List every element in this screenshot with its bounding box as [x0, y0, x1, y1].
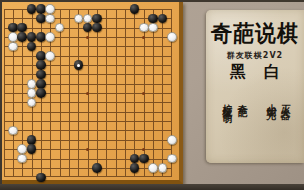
board-cell[interactable] — [125, 46, 134, 55]
board-cell[interactable] — [50, 93, 59, 102]
board-cell[interactable] — [144, 112, 153, 121]
star-point — [86, 92, 89, 95]
board-cell[interactable] — [162, 112, 171, 121]
board-cell[interactable] — [97, 37, 106, 46]
board-cell[interactable] — [153, 130, 162, 139]
board-cell[interactable] — [97, 102, 106, 111]
black-stone[interactable] — [92, 14, 102, 24]
board-cell[interactable] — [88, 112, 97, 121]
board-cell[interactable] — [97, 130, 106, 139]
board-cell[interactable] — [134, 112, 143, 121]
white-stone[interactable] — [45, 14, 55, 24]
black-stone[interactable] — [27, 135, 37, 145]
go-board[interactable] — [2, 2, 183, 184]
board-cell[interactable] — [116, 149, 125, 158]
board-cell[interactable] — [60, 149, 69, 158]
board-cell[interactable] — [106, 130, 115, 139]
board-cell[interactable] — [69, 159, 78, 168]
board-cell[interactable] — [162, 84, 171, 93]
board-cell[interactable] — [22, 168, 31, 177]
board-cell[interactable] — [50, 112, 59, 121]
board-cell[interactable] — [116, 93, 125, 102]
board-cell[interactable] — [106, 28, 115, 37]
white-stone[interactable] — [167, 135, 177, 145]
board-cell[interactable] — [116, 130, 125, 139]
white-stone[interactable] — [45, 32, 55, 42]
board-cell[interactable] — [153, 140, 162, 149]
board-cell[interactable] — [41, 102, 50, 111]
board-cell[interactable] — [106, 93, 115, 102]
board-cell[interactable] — [4, 149, 13, 158]
board-cell[interactable] — [88, 130, 97, 139]
board-cell[interactable] — [60, 56, 69, 65]
board-cell[interactable] — [97, 46, 106, 55]
board-cell[interactable] — [144, 74, 153, 83]
board-cell[interactable] — [144, 37, 153, 46]
board-cell[interactable] — [116, 56, 125, 65]
board-cell[interactable] — [60, 140, 69, 149]
board-cell[interactable] — [50, 65, 59, 74]
board-cell[interactable] — [162, 46, 171, 55]
board-cell[interactable] — [144, 93, 153, 102]
board-cell[interactable] — [134, 46, 143, 55]
board-cell[interactable] — [125, 130, 134, 139]
board-cell[interactable] — [144, 130, 153, 139]
black-stone[interactable] — [139, 154, 149, 164]
board-cell[interactable] — [69, 93, 78, 102]
board-cell[interactable] — [4, 140, 13, 149]
board-cell[interactable] — [88, 149, 97, 158]
black-stone[interactable] — [148, 14, 158, 24]
board-cell[interactable] — [97, 84, 106, 93]
board-cell[interactable] — [106, 140, 115, 149]
board-cell[interactable] — [41, 121, 50, 130]
board-cell[interactable] — [116, 112, 125, 121]
black-stone[interactable] — [36, 79, 46, 89]
app-subtitle: 群友联棋2V2 — [206, 50, 304, 61]
board-cell[interactable] — [50, 121, 59, 130]
board-cell[interactable] — [41, 149, 50, 158]
frame-border-top — [0, 0, 304, 2]
board-cell[interactable] — [106, 159, 115, 168]
black-stone[interactable] — [130, 4, 140, 14]
board-cell[interactable] — [106, 65, 115, 74]
board-cell[interactable] — [41, 130, 50, 139]
board-cell[interactable] — [134, 121, 143, 130]
board-cell[interactable] — [106, 168, 115, 177]
white-stone[interactable] — [8, 126, 18, 136]
board-cell[interactable] — [116, 37, 125, 46]
board-cell[interactable] — [50, 149, 59, 158]
board-cell[interactable] — [153, 65, 162, 74]
white-stone[interactable] — [148, 163, 158, 173]
black-stone[interactable] — [92, 163, 102, 173]
board-cell[interactable] — [106, 121, 115, 130]
board-cell[interactable] — [50, 130, 59, 139]
black-stone[interactable] — [27, 4, 37, 14]
white-stone[interactable] — [139, 23, 149, 33]
board-cell[interactable] — [97, 121, 106, 130]
white-player-name: 灭火器 — [278, 96, 292, 105]
board-cell[interactable] — [60, 37, 69, 46]
board-cell[interactable] — [144, 56, 153, 65]
board-cell[interactable] — [69, 46, 78, 55]
board-cell[interactable] — [69, 121, 78, 130]
board-cell[interactable] — [97, 74, 106, 83]
board-cell[interactable] — [60, 93, 69, 102]
board-cell[interactable] — [78, 130, 87, 139]
board-cell[interactable] — [69, 102, 78, 111]
board-cell[interactable] — [69, 28, 78, 37]
board-cell[interactable] — [13, 74, 22, 83]
black-stone[interactable] — [74, 60, 84, 70]
board-cell[interactable] — [134, 65, 143, 74]
board-cell[interactable] — [22, 112, 31, 121]
black-stone[interactable] — [36, 51, 46, 61]
board-cell[interactable] — [116, 9, 125, 18]
board-cell[interactable] — [162, 102, 171, 111]
board-cell[interactable] — [60, 46, 69, 55]
board-cell[interactable] — [116, 84, 125, 93]
board-cell[interactable] — [32, 159, 41, 168]
board-cell[interactable] — [78, 168, 87, 177]
white-stone[interactable] — [27, 79, 37, 89]
board-cell[interactable] — [153, 102, 162, 111]
board-cell[interactable] — [50, 159, 59, 168]
black-stone[interactable] — [130, 163, 140, 173]
black-stone[interactable] — [36, 4, 46, 14]
board-cell[interactable] — [162, 56, 171, 65]
board-cell[interactable] — [4, 84, 13, 93]
board-cell[interactable] — [153, 56, 162, 65]
board-cell[interactable] — [41, 140, 50, 149]
board-cell[interactable] — [116, 159, 125, 168]
board-cell[interactable] — [125, 28, 134, 37]
board-cell[interactable] — [13, 93, 22, 102]
white-stone[interactable] — [8, 32, 18, 42]
black-stone[interactable] — [36, 32, 46, 42]
board-cell[interactable] — [97, 65, 106, 74]
board-cell[interactable] — [4, 168, 13, 177]
board-cell[interactable] — [97, 149, 106, 158]
board-cell[interactable] — [60, 112, 69, 121]
board-cell[interactable] — [134, 74, 143, 83]
board-cell[interactable] — [50, 102, 59, 111]
board-cell[interactable] — [60, 102, 69, 111]
board-cell[interactable] — [13, 102, 22, 111]
board-cell[interactable] — [97, 140, 106, 149]
board-cell[interactable] — [153, 149, 162, 158]
board-cell[interactable] — [69, 84, 78, 93]
white-stone[interactable] — [158, 163, 168, 173]
white-stone[interactable] — [45, 4, 55, 14]
board-cell[interactable] — [125, 102, 134, 111]
board-cell[interactable] — [162, 74, 171, 83]
board-cell[interactable] — [106, 18, 115, 27]
side-headers: 黑 白 — [206, 62, 304, 83]
board-cell[interactable] — [116, 28, 125, 37]
board-cell[interactable] — [50, 74, 59, 83]
black-player-name: 奇葩 — [235, 96, 249, 102]
star-point — [86, 36, 89, 39]
board-cell[interactable] — [97, 112, 106, 121]
board-cell[interactable] — [78, 46, 87, 55]
board-cell[interactable] — [88, 121, 97, 130]
board-cell[interactable] — [4, 74, 13, 83]
black-stone[interactable] — [36, 14, 46, 24]
board-cell[interactable] — [106, 149, 115, 158]
board-cell[interactable] — [153, 46, 162, 55]
white-stone[interactable] — [167, 154, 177, 164]
board-cell[interactable] — [116, 102, 125, 111]
board-cell[interactable] — [97, 93, 106, 102]
white-stone[interactable] — [17, 144, 27, 154]
board-cell[interactable] — [153, 84, 162, 93]
board-cell[interactable] — [116, 18, 125, 27]
board-cell[interactable] — [106, 9, 115, 18]
board-cell[interactable] — [153, 112, 162, 121]
board-cell[interactable] — [153, 37, 162, 46]
board-cell[interactable] — [144, 121, 153, 130]
board-cell[interactable] — [116, 46, 125, 55]
board-cell[interactable] — [32, 112, 41, 121]
board-cell[interactable] — [144, 46, 153, 55]
board-cell[interactable] — [125, 93, 134, 102]
board-cell[interactable] — [69, 112, 78, 121]
board-cell[interactable] — [78, 112, 87, 121]
board-cell[interactable] — [41, 112, 50, 121]
board-cell[interactable] — [78, 102, 87, 111]
board-cell[interactable] — [78, 159, 87, 168]
black-stone[interactable] — [8, 23, 18, 33]
board-cell[interactable] — [116, 140, 125, 149]
board-cell[interactable] — [106, 102, 115, 111]
board-cell[interactable] — [4, 112, 13, 121]
board-cell[interactable] — [4, 159, 13, 168]
board-cell[interactable] — [106, 56, 115, 65]
last-move-marker — [77, 64, 80, 67]
board-cell[interactable] — [153, 74, 162, 83]
board-cell[interactable] — [60, 159, 69, 168]
board-cell[interactable] — [162, 93, 171, 102]
black-side-label: 黑 — [230, 62, 246, 83]
board-cell[interactable] — [88, 37, 97, 46]
board-cell[interactable] — [60, 121, 69, 130]
black-stone[interactable] — [36, 88, 46, 98]
board-cell[interactable] — [69, 37, 78, 46]
board-cell[interactable] — [13, 9, 22, 18]
board-cell[interactable] — [153, 93, 162, 102]
board-cell[interactable] — [78, 74, 87, 83]
board-cell[interactable] — [125, 121, 134, 130]
board-cell[interactable] — [60, 65, 69, 74]
board-cell[interactable] — [116, 168, 125, 177]
board-cell[interactable] — [50, 140, 59, 149]
board-cell[interactable] — [4, 65, 13, 74]
board-cell[interactable] — [125, 112, 134, 121]
board-cell[interactable] — [22, 56, 31, 65]
board-cell[interactable] — [162, 121, 171, 130]
board-cell[interactable] — [144, 84, 153, 93]
board-cell[interactable] — [125, 37, 134, 46]
board-cell[interactable] — [69, 130, 78, 139]
board-cell[interactable] — [116, 74, 125, 83]
white-player-name: 小明光一 — [264, 96, 278, 108]
app-window: 奇葩说棋 群友联棋2V2 黑 白 柠檬不萌 奇葩 小明光一 灭火器 — [0, 0, 304, 190]
board-cell[interactable] — [13, 56, 22, 65]
board-cell[interactable] — [106, 112, 115, 121]
board-cell[interactable] — [88, 102, 97, 111]
board-cell[interactable] — [97, 56, 106, 65]
app-title: 奇葩说棋 — [206, 18, 304, 48]
board-cell[interactable] — [41, 159, 50, 168]
board-cell[interactable] — [88, 93, 97, 102]
board-cell[interactable] — [88, 56, 97, 65]
board-cell[interactable] — [106, 74, 115, 83]
board-cell[interactable] — [4, 9, 13, 18]
star-point — [142, 92, 145, 95]
board-cell[interactable] — [69, 149, 78, 158]
black-stone[interactable] — [36, 60, 46, 70]
board-cell[interactable] — [69, 74, 78, 83]
board-cell[interactable] — [4, 56, 13, 65]
board-cell[interactable] — [78, 121, 87, 130]
board-cell[interactable] — [88, 84, 97, 93]
board-cell[interactable] — [4, 102, 13, 111]
board-cell[interactable] — [50, 168, 59, 177]
board-cell[interactable] — [60, 84, 69, 93]
black-stone[interactable] — [27, 32, 37, 42]
star-point — [142, 36, 145, 39]
board-cell[interactable] — [106, 37, 115, 46]
board-cell[interactable] — [88, 74, 97, 83]
black-stone[interactable] — [36, 70, 46, 80]
board-cell[interactable] — [144, 102, 153, 111]
board-cell[interactable] — [106, 46, 115, 55]
board-cell[interactable] — [50, 84, 59, 93]
white-side-label: 白 — [264, 62, 280, 83]
black-player-name: 柠檬不萌 — [220, 96, 234, 108]
white-stone[interactable] — [74, 14, 84, 24]
board-cell[interactable] — [88, 140, 97, 149]
black-stone[interactable] — [17, 32, 27, 42]
board-cell[interactable] — [69, 168, 78, 177]
board-cell[interactable] — [32, 121, 41, 130]
board-cell[interactable] — [13, 112, 22, 121]
white-stone[interactable] — [8, 42, 18, 52]
board-cell[interactable] — [60, 74, 69, 83]
board-cell[interactable] — [88, 46, 97, 55]
board-cell[interactable] — [116, 121, 125, 130]
board-cell[interactable] — [134, 102, 143, 111]
board-cell[interactable] — [4, 93, 13, 102]
star-point — [86, 148, 89, 151]
frame-border-bottom — [0, 184, 304, 190]
board-cell[interactable] — [125, 74, 134, 83]
board-cell[interactable] — [13, 84, 22, 93]
white-stone[interactable] — [45, 51, 55, 61]
board-cell[interactable] — [22, 121, 31, 130]
board-cell[interactable] — [153, 121, 162, 130]
white-stone[interactable] — [167, 32, 177, 42]
board-cell[interactable] — [13, 65, 22, 74]
board-cell[interactable] — [144, 65, 153, 74]
board-cell[interactable] — [125, 56, 134, 65]
board-cell[interactable] — [60, 9, 69, 18]
board-cell[interactable] — [144, 140, 153, 149]
board-cell[interactable] — [13, 168, 22, 177]
board-cell[interactable] — [69, 140, 78, 149]
board-cell[interactable] — [162, 65, 171, 74]
board-cell[interactable] — [125, 84, 134, 93]
frame-border-left — [0, 0, 2, 190]
board-cell[interactable] — [60, 168, 69, 177]
board-cell[interactable] — [125, 140, 134, 149]
board-cell[interactable] — [22, 65, 31, 74]
info-panel: 奇葩说棋 群友联棋2V2 黑 白 柠檬不萌 奇葩 小明光一 灭火器 — [206, 10, 304, 163]
board-cell[interactable] — [134, 56, 143, 65]
board-cell[interactable] — [60, 130, 69, 139]
black-stone[interactable] — [36, 173, 46, 183]
board-cell[interactable] — [106, 84, 115, 93]
board-cell[interactable] — [125, 65, 134, 74]
board-cell[interactable] — [116, 65, 125, 74]
board-cell[interactable] — [125, 18, 134, 27]
board-cell[interactable] — [88, 65, 97, 74]
board-cell[interactable] — [134, 130, 143, 139]
